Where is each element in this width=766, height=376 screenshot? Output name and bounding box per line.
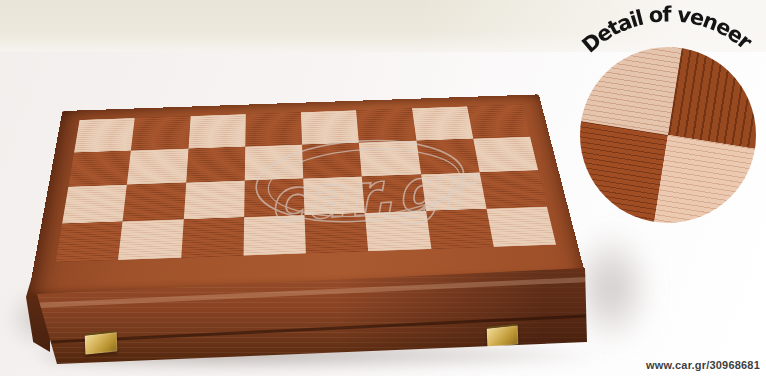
board-square — [245, 112, 302, 146]
board-square — [302, 142, 362, 178]
board-square — [365, 211, 431, 252]
board-square — [74, 118, 135, 152]
board-square — [421, 172, 487, 210]
board-square — [479, 170, 546, 208]
board-square — [362, 174, 426, 212]
board-square — [188, 114, 245, 148]
board-square — [359, 140, 421, 176]
listing-url-watermark: www.car.gr/30968681 — [646, 359, 760, 371]
board-square — [426, 208, 494, 249]
board-square — [473, 136, 538, 172]
board-square — [56, 221, 123, 262]
board-square — [245, 144, 304, 180]
board-square — [303, 176, 365, 214]
board-square — [62, 185, 127, 224]
board-square — [486, 206, 556, 247]
backdrop-band — [0, 0, 766, 52]
board-square — [127, 148, 188, 184]
board-square — [118, 219, 183, 260]
board-square — [243, 215, 306, 256]
board-square — [181, 217, 244, 258]
board-grid — [56, 104, 556, 262]
board-square — [305, 213, 369, 254]
board-square — [301, 110, 359, 144]
veneer-detail-inset — [580, 47, 756, 223]
board-square — [131, 116, 190, 150]
board-square — [186, 146, 245, 182]
board-square — [467, 104, 530, 138]
board-square — [244, 178, 305, 216]
veneer-quadrants — [580, 47, 756, 223]
product-photo: car.gr Detail of veneer www.car.gr/30968… — [0, 0, 766, 376]
brass-latch-left — [85, 330, 118, 354]
board-square — [412, 106, 473, 140]
board-square — [68, 150, 131, 186]
board-square — [123, 183, 186, 222]
board-square — [416, 138, 479, 174]
brass-latch-right — [487, 323, 519, 347]
board-square — [183, 181, 244, 219]
chessboard-lid — [28, 94, 586, 295]
board-square — [356, 108, 416, 142]
